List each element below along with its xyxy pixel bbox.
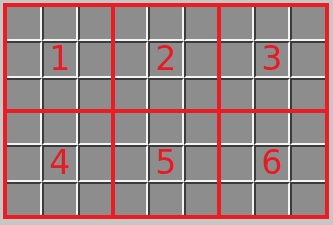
cell-r1c6 — [184, 7, 219, 41]
cell-r4c5 — [148, 111, 183, 145]
cell-r6c8 — [254, 182, 289, 216]
cell-r3c6 — [184, 78, 219, 112]
cell-r5c8: 6 — [254, 145, 289, 182]
cell-r2c6 — [184, 41, 219, 78]
cell-r6c2 — [42, 182, 77, 216]
cell-r4c7 — [219, 111, 254, 145]
cell-r3c3 — [78, 78, 113, 112]
grid: 123456 — [7, 7, 325, 215]
cell-r3c2 — [42, 78, 77, 112]
page-background: 123456 — [0, 0, 333, 225]
cell-r2c9 — [290, 41, 325, 78]
cell-r4c9 — [290, 111, 325, 145]
cell-r3c4 — [113, 78, 148, 112]
box-number: 3 — [261, 42, 282, 75]
box-number: 5 — [155, 146, 176, 179]
cell-r6c4 — [113, 182, 148, 216]
cell-r1c9 — [290, 7, 325, 41]
cell-r4c3 — [78, 111, 113, 145]
cell-r5c3 — [78, 145, 113, 182]
cell-r5c1 — [7, 145, 42, 182]
cell-r4c4 — [113, 111, 148, 145]
cell-r2c1 — [7, 41, 42, 78]
cell-r6c6 — [184, 182, 219, 216]
cell-r6c3 — [78, 182, 113, 216]
cell-r3c8 — [254, 78, 289, 112]
cell-r2c8: 3 — [254, 41, 289, 78]
cell-r6c1 — [7, 182, 42, 216]
cell-r4c8 — [254, 111, 289, 145]
cell-r1c8 — [254, 7, 289, 41]
cell-r2c2: 1 — [42, 41, 77, 78]
cell-r6c5 — [148, 182, 183, 216]
cell-r4c6 — [184, 111, 219, 145]
box-number: 6 — [261, 146, 282, 179]
box-number: 4 — [49, 146, 70, 179]
cell-r1c1 — [7, 7, 42, 41]
cell-r6c7 — [219, 182, 254, 216]
cell-r1c3 — [78, 7, 113, 41]
cell-r5c4 — [113, 145, 148, 182]
cell-r3c5 — [148, 78, 183, 112]
cell-r5c5: 5 — [148, 145, 183, 182]
cell-r5c6 — [184, 145, 219, 182]
box-number: 1 — [49, 42, 70, 75]
cell-r2c5: 2 — [148, 41, 183, 78]
cell-r3c7 — [219, 78, 254, 112]
cell-r5c7 — [219, 145, 254, 182]
cell-r5c2: 4 — [42, 145, 77, 182]
cell-r2c3 — [78, 41, 113, 78]
box-number: 2 — [155, 42, 176, 75]
cell-r1c2 — [42, 7, 77, 41]
cell-r5c9 — [290, 145, 325, 182]
cell-r2c4 — [113, 41, 148, 78]
cell-r1c4 — [113, 7, 148, 41]
cell-r3c1 — [7, 78, 42, 112]
cell-r4c1 — [7, 111, 42, 145]
cell-r1c7 — [219, 7, 254, 41]
cell-r6c9 — [290, 182, 325, 216]
cell-r1c5 — [148, 7, 183, 41]
cell-r4c2 — [42, 111, 77, 145]
cell-r2c7 — [219, 41, 254, 78]
board-frame: 123456 — [3, 3, 329, 219]
cell-r3c9 — [290, 78, 325, 112]
